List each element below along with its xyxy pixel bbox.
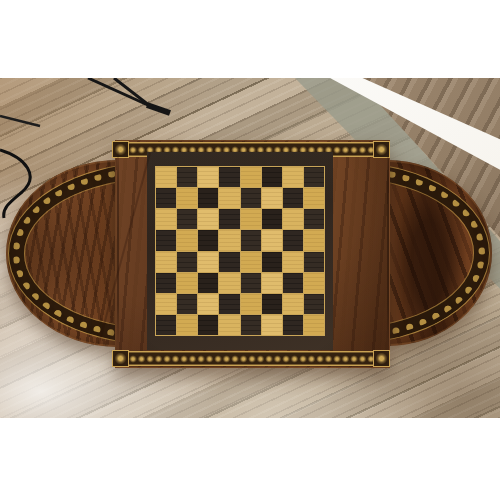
square-h8[interactable] <box>304 167 324 187</box>
square-c2[interactable] <box>198 294 218 314</box>
square-a3[interactable] <box>156 273 176 293</box>
square-b1[interactable] <box>177 315 197 335</box>
square-a8[interactable] <box>156 167 176 187</box>
square-c7[interactable] <box>198 188 218 208</box>
corner-ornament-bottom-left <box>112 350 129 367</box>
photo-margin <box>0 0 500 500</box>
square-g2[interactable] <box>283 294 303 314</box>
square-e2[interactable] <box>241 294 261 314</box>
corner-ornament-bottom-right <box>373 350 390 367</box>
square-e8[interactable] <box>241 167 261 187</box>
square-d5[interactable] <box>219 230 239 250</box>
square-f1[interactable] <box>262 315 282 335</box>
square-d1[interactable] <box>219 315 239 335</box>
square-h2[interactable] <box>304 294 324 314</box>
square-f5[interactable] <box>262 230 282 250</box>
square-a7[interactable] <box>156 188 176 208</box>
square-h5[interactable] <box>304 230 324 250</box>
square-d7[interactable] <box>219 188 239 208</box>
square-g4[interactable] <box>283 252 303 272</box>
square-g6[interactable] <box>283 209 303 229</box>
corner-ornament-top-left <box>112 141 129 158</box>
square-c4[interactable] <box>198 252 218 272</box>
square-c5[interactable] <box>198 230 218 250</box>
square-h6[interactable] <box>304 209 324 229</box>
photograph <box>0 78 500 418</box>
table-leaf-left <box>6 160 118 347</box>
square-g3[interactable] <box>283 273 303 293</box>
brass-band-bottom <box>129 351 374 366</box>
square-d8[interactable] <box>219 167 239 187</box>
square-e7[interactable] <box>241 188 261 208</box>
square-b5[interactable] <box>177 230 197 250</box>
square-h7[interactable] <box>304 188 324 208</box>
square-h4[interactable] <box>304 252 324 272</box>
square-h3[interactable] <box>304 273 324 293</box>
square-b6[interactable] <box>177 209 197 229</box>
square-e6[interactable] <box>241 209 261 229</box>
square-e1[interactable] <box>241 315 261 335</box>
square-b7[interactable] <box>177 188 197 208</box>
square-g8[interactable] <box>283 167 303 187</box>
square-a4[interactable] <box>156 252 176 272</box>
square-f4[interactable] <box>262 252 282 272</box>
square-a1[interactable] <box>156 315 176 335</box>
leaf-edge-left <box>6 160 118 347</box>
square-h1[interactable] <box>304 315 324 335</box>
games-table <box>0 78 500 418</box>
square-e5[interactable] <box>241 230 261 250</box>
square-d2[interactable] <box>219 294 239 314</box>
square-g7[interactable] <box>283 188 303 208</box>
square-b2[interactable] <box>177 294 197 314</box>
square-b3[interactable] <box>177 273 197 293</box>
square-e3[interactable] <box>241 273 261 293</box>
square-d3[interactable] <box>219 273 239 293</box>
square-g1[interactable] <box>283 315 303 335</box>
square-f6[interactable] <box>262 209 282 229</box>
leaf-edge-right <box>387 160 492 346</box>
square-c3[interactable] <box>198 273 218 293</box>
square-b8[interactable] <box>177 167 197 187</box>
square-f8[interactable] <box>262 167 282 187</box>
square-f7[interactable] <box>262 188 282 208</box>
square-g5[interactable] <box>283 230 303 250</box>
square-e4[interactable] <box>241 252 261 272</box>
square-a5[interactable] <box>156 230 176 250</box>
square-c6[interactable] <box>198 209 218 229</box>
square-d4[interactable] <box>219 252 239 272</box>
square-a2[interactable] <box>156 294 176 314</box>
square-b4[interactable] <box>177 252 197 272</box>
leaf-joint-seam-left <box>117 142 119 346</box>
square-a6[interactable] <box>156 209 176 229</box>
chessboard <box>155 166 325 336</box>
square-c1[interactable] <box>198 315 218 335</box>
square-f2[interactable] <box>262 294 282 314</box>
square-c8[interactable] <box>198 167 218 187</box>
square-d6[interactable] <box>219 209 239 229</box>
square-f3[interactable] <box>262 273 282 293</box>
table-leaf-right <box>387 160 492 346</box>
leaf-joint-seam-right <box>387 142 389 344</box>
